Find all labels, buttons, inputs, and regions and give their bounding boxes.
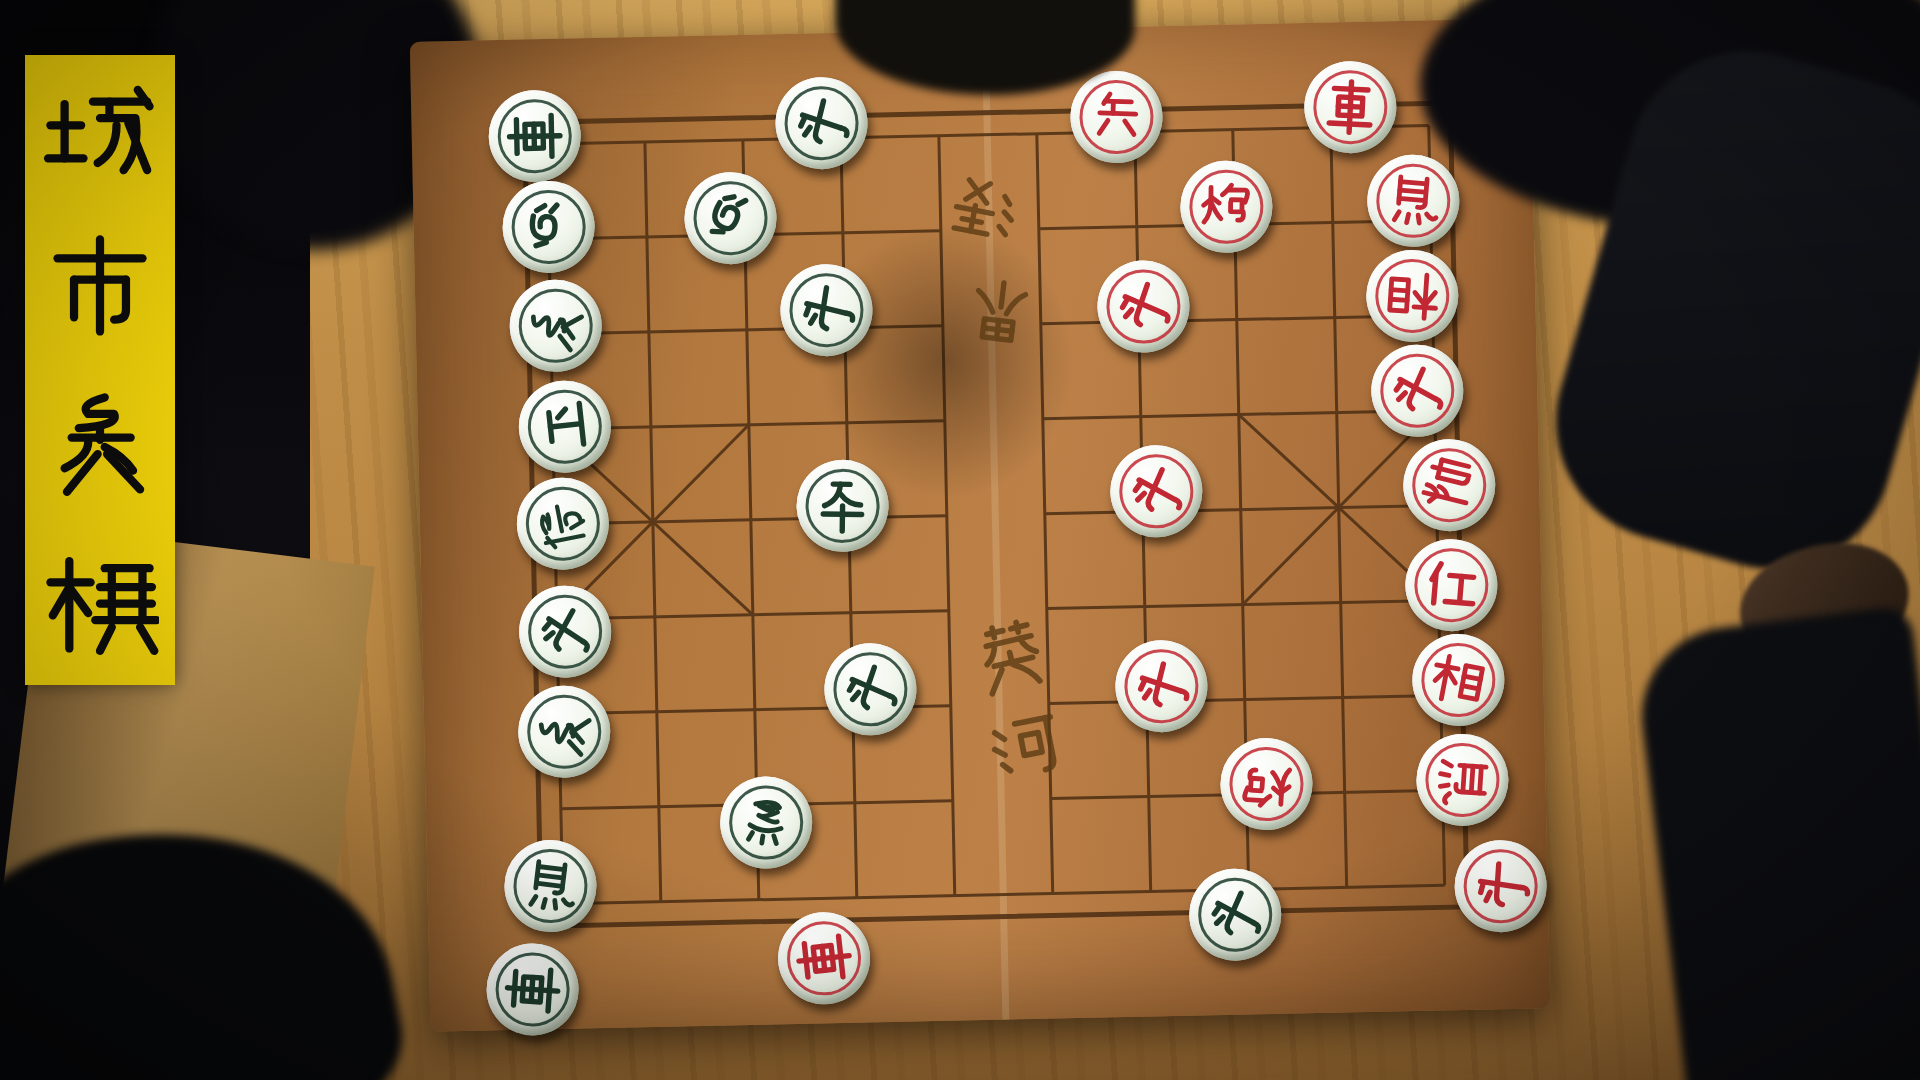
banner-char-4 — [41, 547, 159, 669]
banner-char-2 — [41, 230, 159, 352]
banner — [25, 55, 175, 685]
photo-stage — [0, 0, 1920, 1080]
river-label-han — [945, 173, 1023, 251]
banner-char-1 — [41, 71, 159, 193]
river-label-jie — [962, 273, 1040, 351]
board-mat — [410, 18, 1550, 1031]
banner-char-3 — [41, 388, 159, 510]
river-label-chu — [969, 616, 1053, 700]
river-label-he — [984, 703, 1068, 787]
